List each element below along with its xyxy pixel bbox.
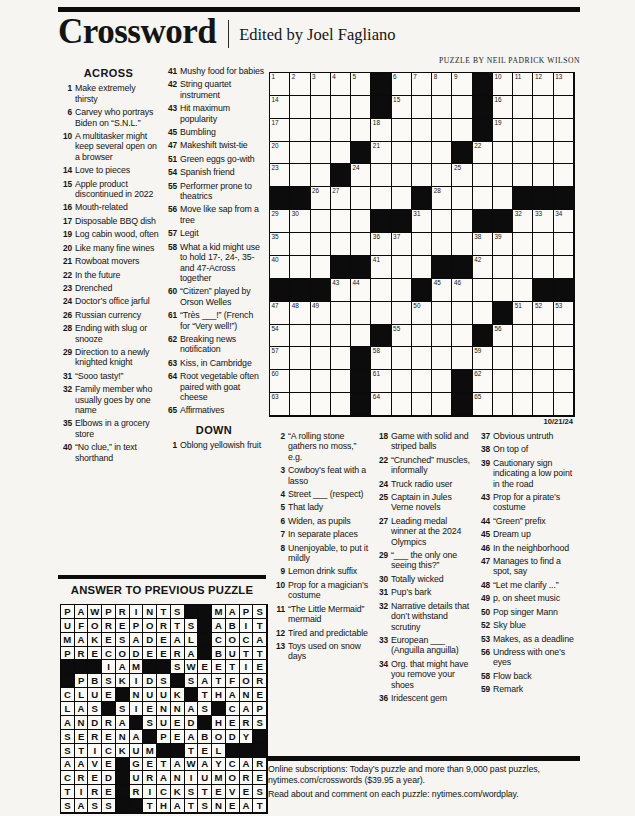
answer-letter: E [198, 744, 211, 757]
grid-cell: Y [240, 730, 254, 744]
grid-cell: 24 [351, 164, 371, 187]
grid-cell: 42 [473, 256, 493, 279]
grid-cell: N [171, 702, 185, 716]
grid-cell: T [157, 758, 171, 772]
cell-number: 10 [494, 73, 501, 81]
answer-letter: A [240, 758, 253, 771]
grid-cell [392, 142, 412, 165]
answer-letter: O [116, 647, 129, 660]
clue-item: 41Mushy food for babies [163, 66, 265, 76]
grid-cell [493, 164, 513, 187]
black-cell [554, 279, 574, 302]
cell-number: 62 [474, 370, 481, 378]
clue-number: 1 [58, 83, 75, 104]
grid-cell: M [212, 771, 226, 785]
answer-letter: A [253, 633, 266, 646]
grid-cell [412, 164, 432, 187]
black-cell [198, 605, 212, 619]
cell-number: 52 [535, 302, 542, 310]
grid-cell: 43 [331, 279, 351, 302]
clue-item: 24Truck radio user [374, 479, 471, 489]
clue-text: Affirmatives [180, 405, 265, 415]
clue-item: 23Drenched [58, 283, 159, 293]
black-cell [185, 605, 199, 619]
grid-cell: 20 [270, 142, 290, 165]
grid-cell: R [75, 771, 89, 785]
grid-cell: R [130, 785, 144, 799]
grid-cell [311, 142, 331, 165]
grid-cell: U [130, 771, 144, 785]
grid-cell [351, 119, 371, 142]
answer-letter: U [130, 771, 143, 784]
grid-cell [554, 347, 574, 370]
clue-item: 51Green eggs go-with [163, 154, 265, 164]
across-clues-1-40: 1Make extremely thirsty6Carvey who portr… [58, 83, 159, 463]
clue-text: Makes, as a deadline [493, 634, 580, 644]
clue-text: Widen, as pupils [288, 516, 369, 526]
grid-cell [554, 325, 574, 348]
grid-cell [493, 187, 513, 210]
grid-cell: 19 [493, 119, 513, 142]
clue-number: 31 [374, 587, 391, 597]
grid-cell [432, 370, 452, 393]
grid-cell: T [171, 619, 185, 633]
cell-number: 54 [272, 325, 279, 333]
answer-letter: T [240, 647, 253, 660]
clue-item: 10A multitasker might keep several open … [58, 131, 159, 162]
clue-number: 48 [476, 580, 493, 590]
clue-item: 29Direction to a newly knighted knight [58, 347, 159, 368]
answer-letter: S [116, 702, 129, 715]
cell-number: 33 [535, 210, 542, 218]
answer-letter: T [61, 785, 74, 798]
answer-letter: S [102, 799, 115, 812]
clue-number: 39 [476, 458, 493, 489]
cell-number: 45 [434, 279, 441, 287]
answer-letter: U [198, 771, 211, 784]
answer-letter: T [226, 660, 239, 673]
cell-number: 42 [474, 256, 481, 264]
cell-number: 63 [272, 393, 279, 401]
grid-cell [412, 256, 432, 279]
grid-cell: E [198, 744, 212, 758]
grid-cell [513, 279, 533, 302]
clue-item: 39Cautionary sign indicating a low point… [476, 458, 580, 489]
grid-cell: E [212, 660, 226, 674]
clue-number: 37 [476, 431, 493, 441]
grid-cell [331, 119, 351, 142]
answer-letter: B [226, 619, 239, 632]
grid-cell: U [130, 744, 144, 758]
clue-text: Remark [493, 684, 580, 694]
black-cell [212, 702, 226, 716]
grid-cell: M [143, 744, 157, 758]
clue-item: 26Russian currency [58, 310, 159, 320]
grid-cell: E [143, 702, 157, 716]
grid-cell: U [143, 688, 157, 702]
grid-cell: 10 [493, 73, 513, 96]
clue-item: 8Unenjoyable, to put it mildly [271, 543, 369, 564]
footer-rule [268, 756, 580, 761]
grid-cell [533, 119, 553, 142]
clue-text: Narrative details that don’t withstand s… [391, 601, 471, 632]
answer-letter: M [212, 771, 225, 784]
grid-cell: C [61, 771, 75, 785]
clue-text: “___ the only one seeing this?” [391, 550, 471, 571]
clue-number: 46 [476, 543, 493, 553]
clue-item: 3Cowboy’s feat with a lasso [271, 465, 369, 486]
grid-cell: H [212, 688, 226, 702]
cell-number: 24 [353, 164, 360, 172]
answer-letter: T [253, 799, 266, 812]
grid-cell [290, 347, 310, 370]
grid-cell: 26 [311, 187, 331, 210]
answer-letter: A [171, 633, 184, 646]
clue-text: “Citizen” played by Orson Welles [180, 286, 265, 307]
grid-cell: N [171, 771, 185, 785]
black-cell [198, 633, 212, 647]
clue-number: 36 [374, 693, 391, 703]
black-cell [473, 119, 493, 142]
grid-cell [392, 393, 412, 416]
clue-number: 8 [271, 543, 288, 564]
answer-letter: T [185, 799, 198, 812]
black-cell [311, 279, 331, 302]
grid-cell: E [102, 688, 116, 702]
grid-cell [290, 233, 310, 256]
grid-cell: E [102, 633, 116, 647]
grid-cell: 33 [533, 210, 553, 233]
grid-cell: 6 [392, 73, 412, 96]
grid-cell: T [185, 799, 199, 813]
cell-number: 61 [373, 370, 380, 378]
answer-letter: N [171, 771, 184, 784]
grid-cell: F [75, 619, 89, 633]
grid-cell [554, 370, 574, 393]
cell-number: 41 [373, 256, 380, 264]
answer-letter: S [185, 674, 198, 687]
black-cell [371, 73, 391, 96]
grid-cell: S [102, 674, 116, 688]
grid-cell [554, 164, 574, 187]
black-cell [351, 393, 371, 416]
clue-text: Rowboat movers [75, 256, 159, 266]
clue-text: Toys used on snow days [288, 641, 369, 662]
clue-item: 28Ending with slug or snooze [58, 323, 159, 344]
grid-cell: B [198, 730, 212, 744]
answer-letter: I [130, 674, 143, 687]
answer-letter: M [143, 744, 156, 757]
answer-letter: T [143, 799, 156, 812]
cell-number: 4 [332, 73, 336, 81]
grid-cell: E [75, 730, 89, 744]
clue-number: 60 [163, 286, 180, 307]
answer-letter: R [253, 758, 266, 771]
grid-cell: U [226, 647, 240, 661]
black-cell [290, 187, 310, 210]
grid-cell [533, 96, 553, 119]
grid-cell: R [240, 716, 254, 730]
clue-text: Captain in Jules Verne novels [391, 492, 471, 513]
grid-cell: 14 [270, 96, 290, 119]
clue-number: 63 [163, 358, 180, 368]
answer-letter: A [240, 799, 253, 812]
cell-number: 64 [373, 393, 380, 401]
footer-text: Online subscriptions: Today’s puzzle and… [268, 764, 584, 804]
clue-number: 22 [58, 270, 75, 280]
grid-cell: 9 [452, 73, 472, 96]
grid-cell [311, 370, 331, 393]
clue-number: 40 [58, 442, 75, 463]
grid-cell [331, 302, 351, 325]
grid-cell: 17 [270, 119, 290, 142]
answer-letter: I [102, 660, 115, 673]
cell-number: 28 [434, 187, 441, 195]
answer-letter: I [143, 785, 156, 798]
clue-item: 48“Let me clarify ...” [476, 580, 580, 590]
answer-letter: M [212, 605, 225, 618]
grid-cell: P [75, 674, 89, 688]
clue-item: 6Carvey who portrays Biden on “S.N.L.” [58, 107, 159, 128]
grid-cell: A [198, 758, 212, 772]
grid-cell: E [157, 647, 171, 661]
grid-cell [412, 347, 432, 370]
answer-letter: U [143, 688, 156, 701]
clue-item: 34Org. that might have you remove your s… [374, 659, 471, 690]
grid-cell: W [185, 758, 199, 772]
grid-cell [533, 256, 553, 279]
answer-letter: B [88, 674, 101, 687]
answer-letter: E [102, 730, 115, 743]
grid-cell: D [88, 716, 102, 730]
grid-cell: K [116, 744, 130, 758]
answer-letter: A [75, 758, 88, 771]
grid-cell [412, 393, 432, 416]
grid-cell [452, 119, 472, 142]
answer-letter: C [102, 744, 115, 757]
answer-letter: S [88, 799, 101, 812]
black-cell [412, 279, 432, 302]
clue-text: Kiss, in Cambridge [180, 358, 265, 368]
answer-letter: A [226, 605, 239, 618]
clue-text: Root vegetable often paired with goat ch… [180, 371, 265, 402]
clue-number: 53 [476, 634, 493, 644]
answer-letter: S [253, 605, 266, 618]
answer-letter: S [61, 744, 74, 757]
clue-number: 7 [271, 529, 288, 539]
grid-cell: E [226, 716, 240, 730]
clue-text: Mouth-related [75, 202, 159, 212]
clue-number: 2 [271, 431, 288, 462]
grid-cell: 18 [371, 119, 391, 142]
black-cell [533, 279, 553, 302]
black-cell [371, 325, 391, 348]
clue-number: 12 [271, 628, 288, 638]
grid-cell [452, 233, 472, 256]
answer-letter: A [130, 633, 143, 646]
answer-letter: M [130, 660, 143, 673]
answer-letter: A [185, 647, 198, 660]
cell-number: 2 [292, 73, 296, 81]
answer-letter: R [88, 785, 101, 798]
clue-item: 12Tired and predictable [271, 628, 369, 638]
answer-letter: E [198, 660, 211, 673]
clue-text: Truck radio user [391, 479, 471, 489]
answer-letter: R [102, 619, 115, 632]
grid-cell: 50 [412, 302, 432, 325]
grid-cell: B [226, 619, 240, 633]
answer-letter: U [226, 647, 239, 660]
answer-letter: R [171, 647, 184, 660]
answer-letter: A [226, 688, 239, 701]
grid-cell [493, 393, 513, 416]
answer-letter: T [157, 758, 170, 771]
grid-cell: N [157, 702, 171, 716]
clue-number: 16 [58, 202, 75, 212]
answer-letter: I [240, 660, 253, 673]
grid-cell: T [198, 785, 212, 799]
cell-number: 22 [474, 142, 481, 150]
clue-number: 11 [271, 604, 288, 625]
grid-cell: R [143, 771, 157, 785]
black-cell [533, 187, 553, 210]
clue-item: 42String quartet instrument [163, 79, 265, 100]
answer-letter: R [75, 771, 88, 784]
grid-cell [554, 119, 574, 142]
subscription-note: Online subscriptions: Today’s puzzle and… [268, 764, 584, 785]
black-cell [226, 744, 240, 758]
clue-text: Oblong yellowish fruit [180, 440, 265, 450]
clue-text: That lady [288, 502, 369, 512]
grid-cell: O [88, 619, 102, 633]
clue-text: Bumbling [180, 127, 265, 137]
answer-letter: L [185, 633, 198, 646]
grid-cell: A [116, 660, 130, 674]
black-cell [452, 393, 472, 416]
clue-number: 29 [374, 550, 391, 571]
grid-cell [392, 347, 412, 370]
grid-cell: A [75, 605, 89, 619]
black-cell [171, 674, 185, 688]
cell-number: 56 [494, 325, 501, 333]
grid-cell: 41 [371, 256, 391, 279]
clue-item: 43Hit maximum popularity [163, 103, 265, 124]
grid-cell: G [130, 758, 144, 772]
grid-cell: R [116, 605, 130, 619]
grid-cell [452, 210, 472, 233]
answer-letter: U [130, 744, 143, 757]
grid-cell: O [116, 647, 130, 661]
grid-cell: N [116, 730, 130, 744]
answer-letter: I [130, 605, 143, 618]
cell-number: 12 [535, 73, 542, 81]
grid-cell: R [88, 730, 102, 744]
cell-number: 35 [272, 233, 279, 241]
answer-letter: T [212, 674, 225, 687]
grid-cell: T [253, 647, 267, 661]
black-cell [331, 164, 351, 187]
clue-item: 21Rowboat movers [58, 256, 159, 266]
answer-letter: S [116, 633, 129, 646]
clue-text: On top of [493, 444, 580, 454]
grid-cell [290, 256, 310, 279]
clue-text: Flow back [493, 671, 580, 681]
grid-cell: 51 [513, 302, 533, 325]
grid-cell: I [130, 674, 144, 688]
down-clue-column-2: 18Game with solid and striped balls22“Cr… [374, 431, 471, 706]
clue-item: 65Affirmatives [163, 405, 265, 415]
grid-cell: A [171, 758, 185, 772]
clue-item: 45Dream up [476, 529, 580, 539]
grid-cell: R [75, 647, 89, 661]
answer-letter: A [157, 771, 170, 784]
clue-text: Leading medal winner at the 2024 Olympic… [391, 516, 471, 547]
answer-letter: S [171, 660, 184, 673]
grid-cell [290, 96, 310, 119]
clue-number: 62 [163, 334, 180, 355]
grid-cell: U [157, 688, 171, 702]
grid-cell: B [88, 674, 102, 688]
cell-number: 58 [373, 347, 380, 355]
clue-number: 49 [476, 593, 493, 603]
grid-cell: T [61, 785, 75, 799]
black-cell [130, 716, 144, 730]
clue-number: 59 [476, 684, 493, 694]
black-cell [452, 256, 472, 279]
grid-cell: 59 [473, 347, 493, 370]
cell-number: 1 [272, 73, 276, 81]
answer-letter: N [130, 688, 143, 701]
black-cell [473, 325, 493, 348]
answer-letter: Y [212, 758, 225, 771]
grid-cell: R [240, 771, 254, 785]
grid-cell: A [226, 605, 240, 619]
clue-text: “No clue,” in text shorthand [75, 442, 159, 463]
grid-cell: K [171, 688, 185, 702]
black-cell [102, 702, 116, 716]
clue-text: In the future [75, 270, 159, 280]
clue-number: 45 [163, 127, 180, 137]
grid-cell: D [102, 771, 116, 785]
grid-cell: A [240, 799, 254, 813]
grid-cell: 27 [331, 187, 351, 210]
grid-cell [452, 325, 472, 348]
answer-letter: N [116, 730, 129, 743]
grid-cell: E [88, 647, 102, 661]
grid-cell: R [157, 619, 171, 633]
answer-letter: E [240, 785, 253, 798]
clue-text: Love to pieces [75, 165, 159, 175]
clue-text: Like many fine wines [75, 243, 159, 253]
black-cell [392, 210, 412, 233]
clue-text: Game with solid and striped balls [391, 431, 471, 452]
answer-letter: T [75, 744, 88, 757]
black-cell [331, 256, 351, 279]
answer-letter: C [226, 702, 239, 715]
cell-number: 25 [454, 164, 461, 172]
grid-cell [554, 96, 574, 119]
clue-item: 17Disposable BBQ dish [58, 216, 159, 226]
grid-cell: S [185, 674, 199, 688]
grid-cell: S [253, 605, 267, 619]
clue-number: 13 [271, 641, 288, 662]
grid-cell: W [88, 605, 102, 619]
cell-number: 31 [413, 210, 420, 218]
clue-number: 55 [163, 181, 180, 202]
grid-cell [432, 393, 452, 416]
answer-letter: K [116, 744, 129, 757]
clue-item: 38On top of [476, 444, 580, 454]
